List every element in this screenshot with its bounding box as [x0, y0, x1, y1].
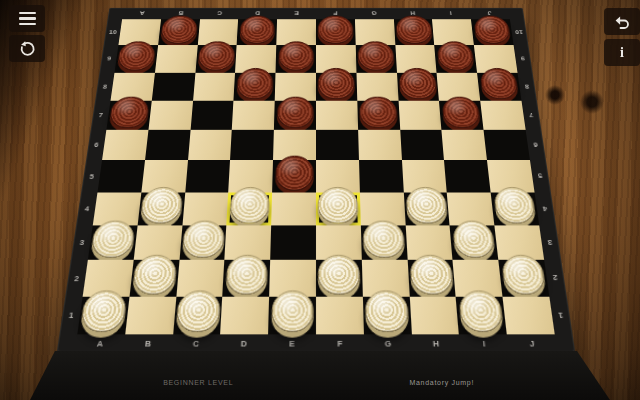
coordinate-label: C: [200, 8, 239, 20]
info-button[interactable]: i: [604, 39, 640, 66]
red-checker-D10[interactable]: [239, 15, 275, 43]
red-checker-E7[interactable]: [276, 96, 314, 128]
square-C9[interactable]: [195, 45, 237, 72]
red-checker-H8[interactable]: [398, 68, 437, 99]
white-checker-D4[interactable]: [229, 187, 270, 223]
square-D8[interactable]: [234, 72, 276, 100]
square-E9[interactable]: [276, 45, 316, 72]
square-J8[interactable]: [477, 72, 521, 100]
square-E1[interactable]: [268, 296, 316, 334]
red-checker-H10[interactable]: [395, 15, 432, 43]
red-checker-B10[interactable]: [160, 15, 198, 43]
white-checker-C1[interactable]: [175, 291, 220, 332]
square-I5[interactable]: [444, 160, 490, 192]
square-F2[interactable]: [316, 260, 363, 296]
red-checker-A9[interactable]: [117, 41, 157, 70]
square-H4[interactable]: [403, 192, 450, 225]
square-B9[interactable]: [155, 45, 198, 72]
white-checker-G3[interactable]: [363, 220, 405, 258]
coordinate-label: G: [364, 334, 413, 352]
square-D1[interactable]: [220, 296, 269, 334]
square-B4[interactable]: [137, 192, 184, 225]
red-checker-I7[interactable]: [441, 96, 481, 128]
hamburger-menu-icon: [19, 12, 36, 26]
coordinate-label: I: [459, 334, 509, 352]
square-D7[interactable]: [232, 101, 275, 130]
square-A1[interactable]: [77, 296, 129, 334]
square-B6[interactable]: [145, 130, 190, 161]
coordinate-label: J: [507, 334, 557, 352]
white-checker-B2[interactable]: [132, 255, 177, 294]
red-checker-I9[interactable]: [436, 41, 475, 70]
white-checker-J2[interactable]: [500, 255, 546, 294]
white-checker-F2[interactable]: [318, 255, 360, 294]
red-checker-E9[interactable]: [278, 41, 314, 70]
square-H6[interactable]: [400, 130, 445, 161]
file-labels-bottom: ABCDEFGHIJ: [75, 334, 558, 352]
square-D10[interactable]: [237, 19, 277, 45]
square-F6[interactable]: [316, 130, 359, 161]
red-checker-D8[interactable]: [236, 68, 274, 99]
white-checker-I3[interactable]: [452, 220, 496, 258]
square-C6[interactable]: [188, 130, 233, 161]
square-B8[interactable]: [152, 72, 195, 100]
coordinate-label: E: [268, 334, 316, 352]
square-A9[interactable]: [115, 45, 158, 72]
square-C7[interactable]: [190, 101, 234, 130]
square-C1[interactable]: [173, 296, 223, 334]
square-E3[interactable]: [270, 226, 316, 261]
white-checker-I1[interactable]: [458, 291, 504, 332]
square-F8[interactable]: [316, 72, 357, 100]
white-checker-F4[interactable]: [318, 187, 358, 223]
square-G7[interactable]: [357, 101, 400, 130]
mandatory-jump-message: Mandatory Jump!: [410, 379, 475, 386]
square-I3[interactable]: [450, 226, 499, 261]
white-checker-B4[interactable]: [140, 187, 183, 223]
white-checker-A3[interactable]: [90, 220, 135, 258]
restart-circular-arrow-icon: [18, 40, 36, 58]
square-H1[interactable]: [409, 296, 459, 334]
white-checker-A1[interactable]: [80, 291, 128, 332]
red-checker-J10[interactable]: [473, 15, 512, 43]
undo-arrow-icon: [613, 13, 631, 31]
info-icon: i: [620, 45, 624, 61]
square-C5[interactable]: [185, 160, 231, 192]
coordinate-label: A: [75, 334, 125, 352]
board-front-face: BEGINNER LEVEL Mandatory Jump!: [30, 351, 610, 400]
white-checker-D2[interactable]: [225, 255, 268, 294]
square-J2[interactable]: [499, 260, 550, 296]
square-F7[interactable]: [316, 101, 358, 130]
square-H10[interactable]: [394, 19, 435, 45]
coordinate-label: E: [277, 8, 316, 20]
white-checker-J4[interactable]: [492, 187, 536, 223]
difficulty-level-label: BEGINNER LEVEL: [163, 379, 233, 386]
square-D2[interactable]: [223, 260, 271, 296]
square-G5[interactable]: [359, 160, 404, 192]
square-I1[interactable]: [456, 296, 507, 334]
square-F1[interactable]: [316, 296, 364, 334]
square-J10[interactable]: [471, 19, 513, 45]
checkers-board-3d: ABCDEFGHIJ ABCDEFGHIJ 10987654321 109876…: [57, 8, 576, 352]
square-A6[interactable]: [102, 130, 148, 161]
red-checker-F8[interactable]: [318, 68, 355, 99]
red-checker-E5[interactable]: [275, 156, 314, 191]
board-grid: [77, 19, 554, 334]
square-B1[interactable]: [125, 296, 176, 334]
square-A5[interactable]: [97, 160, 144, 192]
square-F4[interactable]: [316, 192, 361, 225]
coordinate-label: B: [123, 334, 173, 352]
restart-button[interactable]: [9, 35, 45, 62]
board-frame: ABCDEFGHIJ ABCDEFGHIJ 10987654321 109876…: [57, 8, 576, 352]
square-B7[interactable]: [148, 101, 192, 130]
menu-button[interactable]: [9, 5, 45, 32]
coordinate-label: H: [411, 334, 460, 352]
red-checker-C9[interactable]: [197, 41, 235, 70]
square-D4[interactable]: [227, 192, 273, 225]
square-J7[interactable]: [480, 101, 525, 130]
undo-button[interactable]: [604, 8, 640, 35]
square-B2[interactable]: [129, 260, 179, 296]
square-G6[interactable]: [358, 130, 402, 161]
coordinate-label: G: [354, 8, 393, 20]
square-C3[interactable]: [179, 226, 227, 261]
square-A7[interactable]: [106, 101, 151, 130]
square-I9[interactable]: [435, 45, 478, 72]
square-D6[interactable]: [230, 130, 274, 161]
white-checker-E1[interactable]: [271, 291, 314, 332]
square-F10[interactable]: [316, 19, 356, 45]
square-A3[interactable]: [88, 226, 138, 261]
red-checker-G9[interactable]: [357, 41, 394, 70]
square-I7[interactable]: [439, 101, 483, 130]
square-I6[interactable]: [442, 130, 487, 161]
square-E5[interactable]: [272, 160, 316, 192]
red-checker-A7[interactable]: [109, 96, 150, 128]
square-J1[interactable]: [503, 296, 555, 334]
coordinate-label: F: [316, 334, 364, 352]
square-B10[interactable]: [158, 19, 200, 45]
square-J4[interactable]: [491, 192, 539, 225]
white-checker-C3[interactable]: [182, 220, 225, 258]
red-checker-F10[interactable]: [318, 15, 354, 43]
square-G9[interactable]: [356, 45, 397, 72]
square-E4[interactable]: [271, 192, 316, 225]
wooden-table-background: ABCDEFGHIJ ABCDEFGHIJ 10987654321 109876…: [0, 0, 640, 400]
white-checker-H4[interactable]: [405, 187, 447, 223]
coordinate-label: I: [431, 8, 471, 20]
red-checker-G7[interactable]: [359, 96, 398, 128]
red-checker-J8[interactable]: [479, 68, 519, 99]
coordinate-label: D: [219, 334, 268, 352]
square-J6[interactable]: [484, 130, 530, 161]
square-G3[interactable]: [361, 226, 408, 261]
coordinate-label: C: [171, 334, 220, 352]
square-C8[interactable]: [193, 72, 236, 100]
coordinate-label: A: [122, 8, 162, 20]
white-checker-H2[interactable]: [409, 255, 453, 294]
white-checker-G1[interactable]: [365, 291, 409, 332]
square-E7[interactable]: [274, 101, 316, 130]
square-H8[interactable]: [397, 72, 440, 100]
square-H7[interactable]: [398, 101, 442, 130]
square-H2[interactable]: [407, 260, 456, 296]
square-G1[interactable]: [363, 296, 412, 334]
